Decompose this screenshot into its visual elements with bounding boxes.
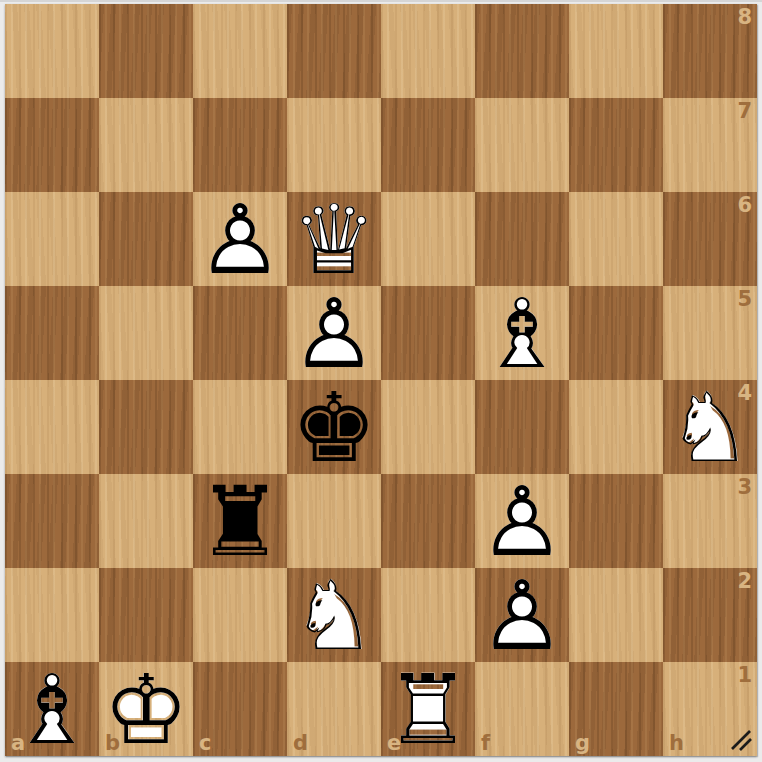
square-e7[interactable] (381, 98, 475, 192)
square-d1[interactable]: d (287, 662, 381, 756)
square-g4[interactable] (569, 380, 663, 474)
square-e4[interactable] (381, 380, 475, 474)
square-c7[interactable] (193, 98, 287, 192)
square-f7[interactable] (475, 98, 569, 192)
square-h2[interactable]: 2 (663, 568, 757, 662)
white-bishop-icon: ♝♗ (475, 286, 569, 380)
square-d3[interactable] (287, 474, 381, 568)
file-label-h: h (669, 733, 684, 754)
square-h4[interactable]: 4♞♘ (663, 380, 757, 474)
svg-text:♗: ♗ (479, 286, 565, 380)
svg-text:♙: ♙ (479, 474, 565, 568)
square-b5[interactable] (99, 286, 193, 380)
file-label-f: f (481, 733, 490, 754)
file-label-c: c (199, 733, 211, 754)
square-a4[interactable] (5, 380, 99, 474)
square-c6[interactable]: ♟♙ (193, 192, 287, 286)
square-g3[interactable] (569, 474, 663, 568)
rank-label-3: 3 (737, 477, 752, 498)
square-c5[interactable] (193, 286, 287, 380)
square-g7[interactable] (569, 98, 663, 192)
file-label-d: d (293, 733, 308, 754)
square-b1[interactable]: b♚♔ (99, 662, 193, 756)
square-d2[interactable]: ♞♘ (287, 568, 381, 662)
square-g2[interactable] (569, 568, 663, 662)
square-f6[interactable] (475, 192, 569, 286)
rank-label-8: 8 (737, 7, 752, 28)
white-knight-icon: ♞♘ (287, 568, 381, 662)
black-king-icon: ♚ (287, 380, 381, 474)
square-c1[interactable]: c (193, 662, 287, 756)
square-e5[interactable] (381, 286, 475, 380)
square-e3[interactable] (381, 474, 475, 568)
square-b2[interactable] (99, 568, 193, 662)
white-bishop-a1[interactable]: ♝♗ (5, 662, 99, 756)
square-e1[interactable]: e♜♖ (381, 662, 475, 756)
white-pawn-icon: ♟♙ (287, 286, 381, 380)
svg-text:♙: ♙ (197, 192, 283, 286)
white-knight-h4[interactable]: ♞♘ (663, 380, 757, 474)
rank-label-6: 6 (737, 195, 752, 216)
square-d6[interactable]: ♛♕ (287, 192, 381, 286)
svg-text:♗: ♗ (9, 662, 95, 756)
square-a5[interactable] (5, 286, 99, 380)
svg-text:♙: ♙ (291, 286, 377, 380)
square-e8[interactable] (381, 4, 475, 98)
square-g1[interactable]: g (569, 662, 663, 756)
white-pawn-icon: ♟♙ (193, 192, 287, 286)
square-b3[interactable] (99, 474, 193, 568)
square-b4[interactable] (99, 380, 193, 474)
square-a6[interactable] (5, 192, 99, 286)
square-f5[interactable]: ♝♗ (475, 286, 569, 380)
square-d8[interactable] (287, 4, 381, 98)
square-c3[interactable]: ♜ (193, 474, 287, 568)
svg-text:♙: ♙ (479, 568, 565, 662)
square-c4[interactable] (193, 380, 287, 474)
white-pawn-icon: ♟♙ (475, 568, 569, 662)
rank-label-5: 5 (737, 289, 752, 310)
black-king-d4[interactable]: ♚ (287, 380, 381, 474)
white-pawn-f2[interactable]: ♟♙ (475, 568, 569, 662)
chess-board[interactable]: 87♟♙♛♕6♟♙♝♗5♚4♞♘♜♟♙3♞♘♟♙2a♝♗b♚♔cde♜♖fg1h (5, 4, 757, 756)
file-label-g: g (575, 733, 590, 754)
square-f8[interactable] (475, 4, 569, 98)
white-pawn-d5[interactable]: ♟♙ (287, 286, 381, 380)
square-a2[interactable] (5, 568, 99, 662)
square-b6[interactable] (99, 192, 193, 286)
square-d7[interactable] (287, 98, 381, 192)
square-e2[interactable] (381, 568, 475, 662)
square-g5[interactable] (569, 286, 663, 380)
white-rook-icon: ♜♖ (381, 662, 475, 756)
white-knight-d2[interactable]: ♞♘ (287, 568, 381, 662)
white-queen-icon: ♛♕ (287, 192, 381, 286)
svg-text:♕: ♕ (291, 192, 377, 286)
white-bishop-f5[interactable]: ♝♗ (475, 286, 569, 380)
white-rook-e1[interactable]: ♜♖ (381, 662, 475, 756)
rank-label-2: 2 (737, 571, 752, 592)
board-frame: 87♟♙♛♕6♟♙♝♗5♚4♞♘♜♟♙3♞♘♟♙2a♝♗b♚♔cde♜♖fg1h (0, 0, 762, 762)
white-pawn-icon: ♟♙ (475, 474, 569, 568)
square-f1[interactable]: f (475, 662, 569, 756)
square-a1[interactable]: a♝♗ (5, 662, 99, 756)
black-rook-icon: ♜ (193, 474, 287, 568)
white-knight-icon: ♞♘ (663, 380, 757, 474)
square-h3[interactable]: 3 (663, 474, 757, 568)
square-d4[interactable]: ♚ (287, 380, 381, 474)
square-g6[interactable] (569, 192, 663, 286)
square-a8[interactable] (5, 4, 99, 98)
black-rook-c3[interactable]: ♜ (193, 474, 287, 568)
svg-text:♜: ♜ (197, 474, 283, 568)
square-f3[interactable]: ♟♙ (475, 474, 569, 568)
svg-text:♘: ♘ (667, 380, 753, 474)
svg-text:♘: ♘ (291, 568, 377, 662)
resize-handle-icon[interactable] (729, 728, 753, 752)
square-a7[interactable] (5, 98, 99, 192)
square-f2[interactable]: ♟♙ (475, 568, 569, 662)
white-pawn-c6[interactable]: ♟♙ (193, 192, 287, 286)
white-pawn-f3[interactable]: ♟♙ (475, 474, 569, 568)
square-d5[interactable]: ♟♙ (287, 286, 381, 380)
white-queen-d6[interactable]: ♛♕ (287, 192, 381, 286)
white-king-icon: ♚♔ (99, 662, 193, 756)
square-h8[interactable]: 8 (663, 4, 757, 98)
rank-label-7: 7 (737, 101, 752, 122)
square-h6[interactable]: 6 (663, 192, 757, 286)
square-h7[interactable]: 7 (663, 98, 757, 192)
svg-text:♖: ♖ (385, 662, 471, 756)
square-h5[interactable]: 5 (663, 286, 757, 380)
rank-label-1: 1 (737, 665, 752, 686)
square-f4[interactable] (475, 380, 569, 474)
svg-text:♚: ♚ (291, 380, 377, 474)
square-a3[interactable] (5, 474, 99, 568)
square-e6[interactable] (381, 192, 475, 286)
square-b8[interactable] (99, 4, 193, 98)
square-g8[interactable] (569, 4, 663, 98)
square-c8[interactable] (193, 4, 287, 98)
square-b7[interactable] (99, 98, 193, 192)
white-bishop-icon: ♝♗ (5, 662, 99, 756)
square-c2[interactable] (193, 568, 287, 662)
svg-text:♔: ♔ (103, 662, 189, 756)
white-king-b1[interactable]: ♚♔ (99, 662, 193, 756)
